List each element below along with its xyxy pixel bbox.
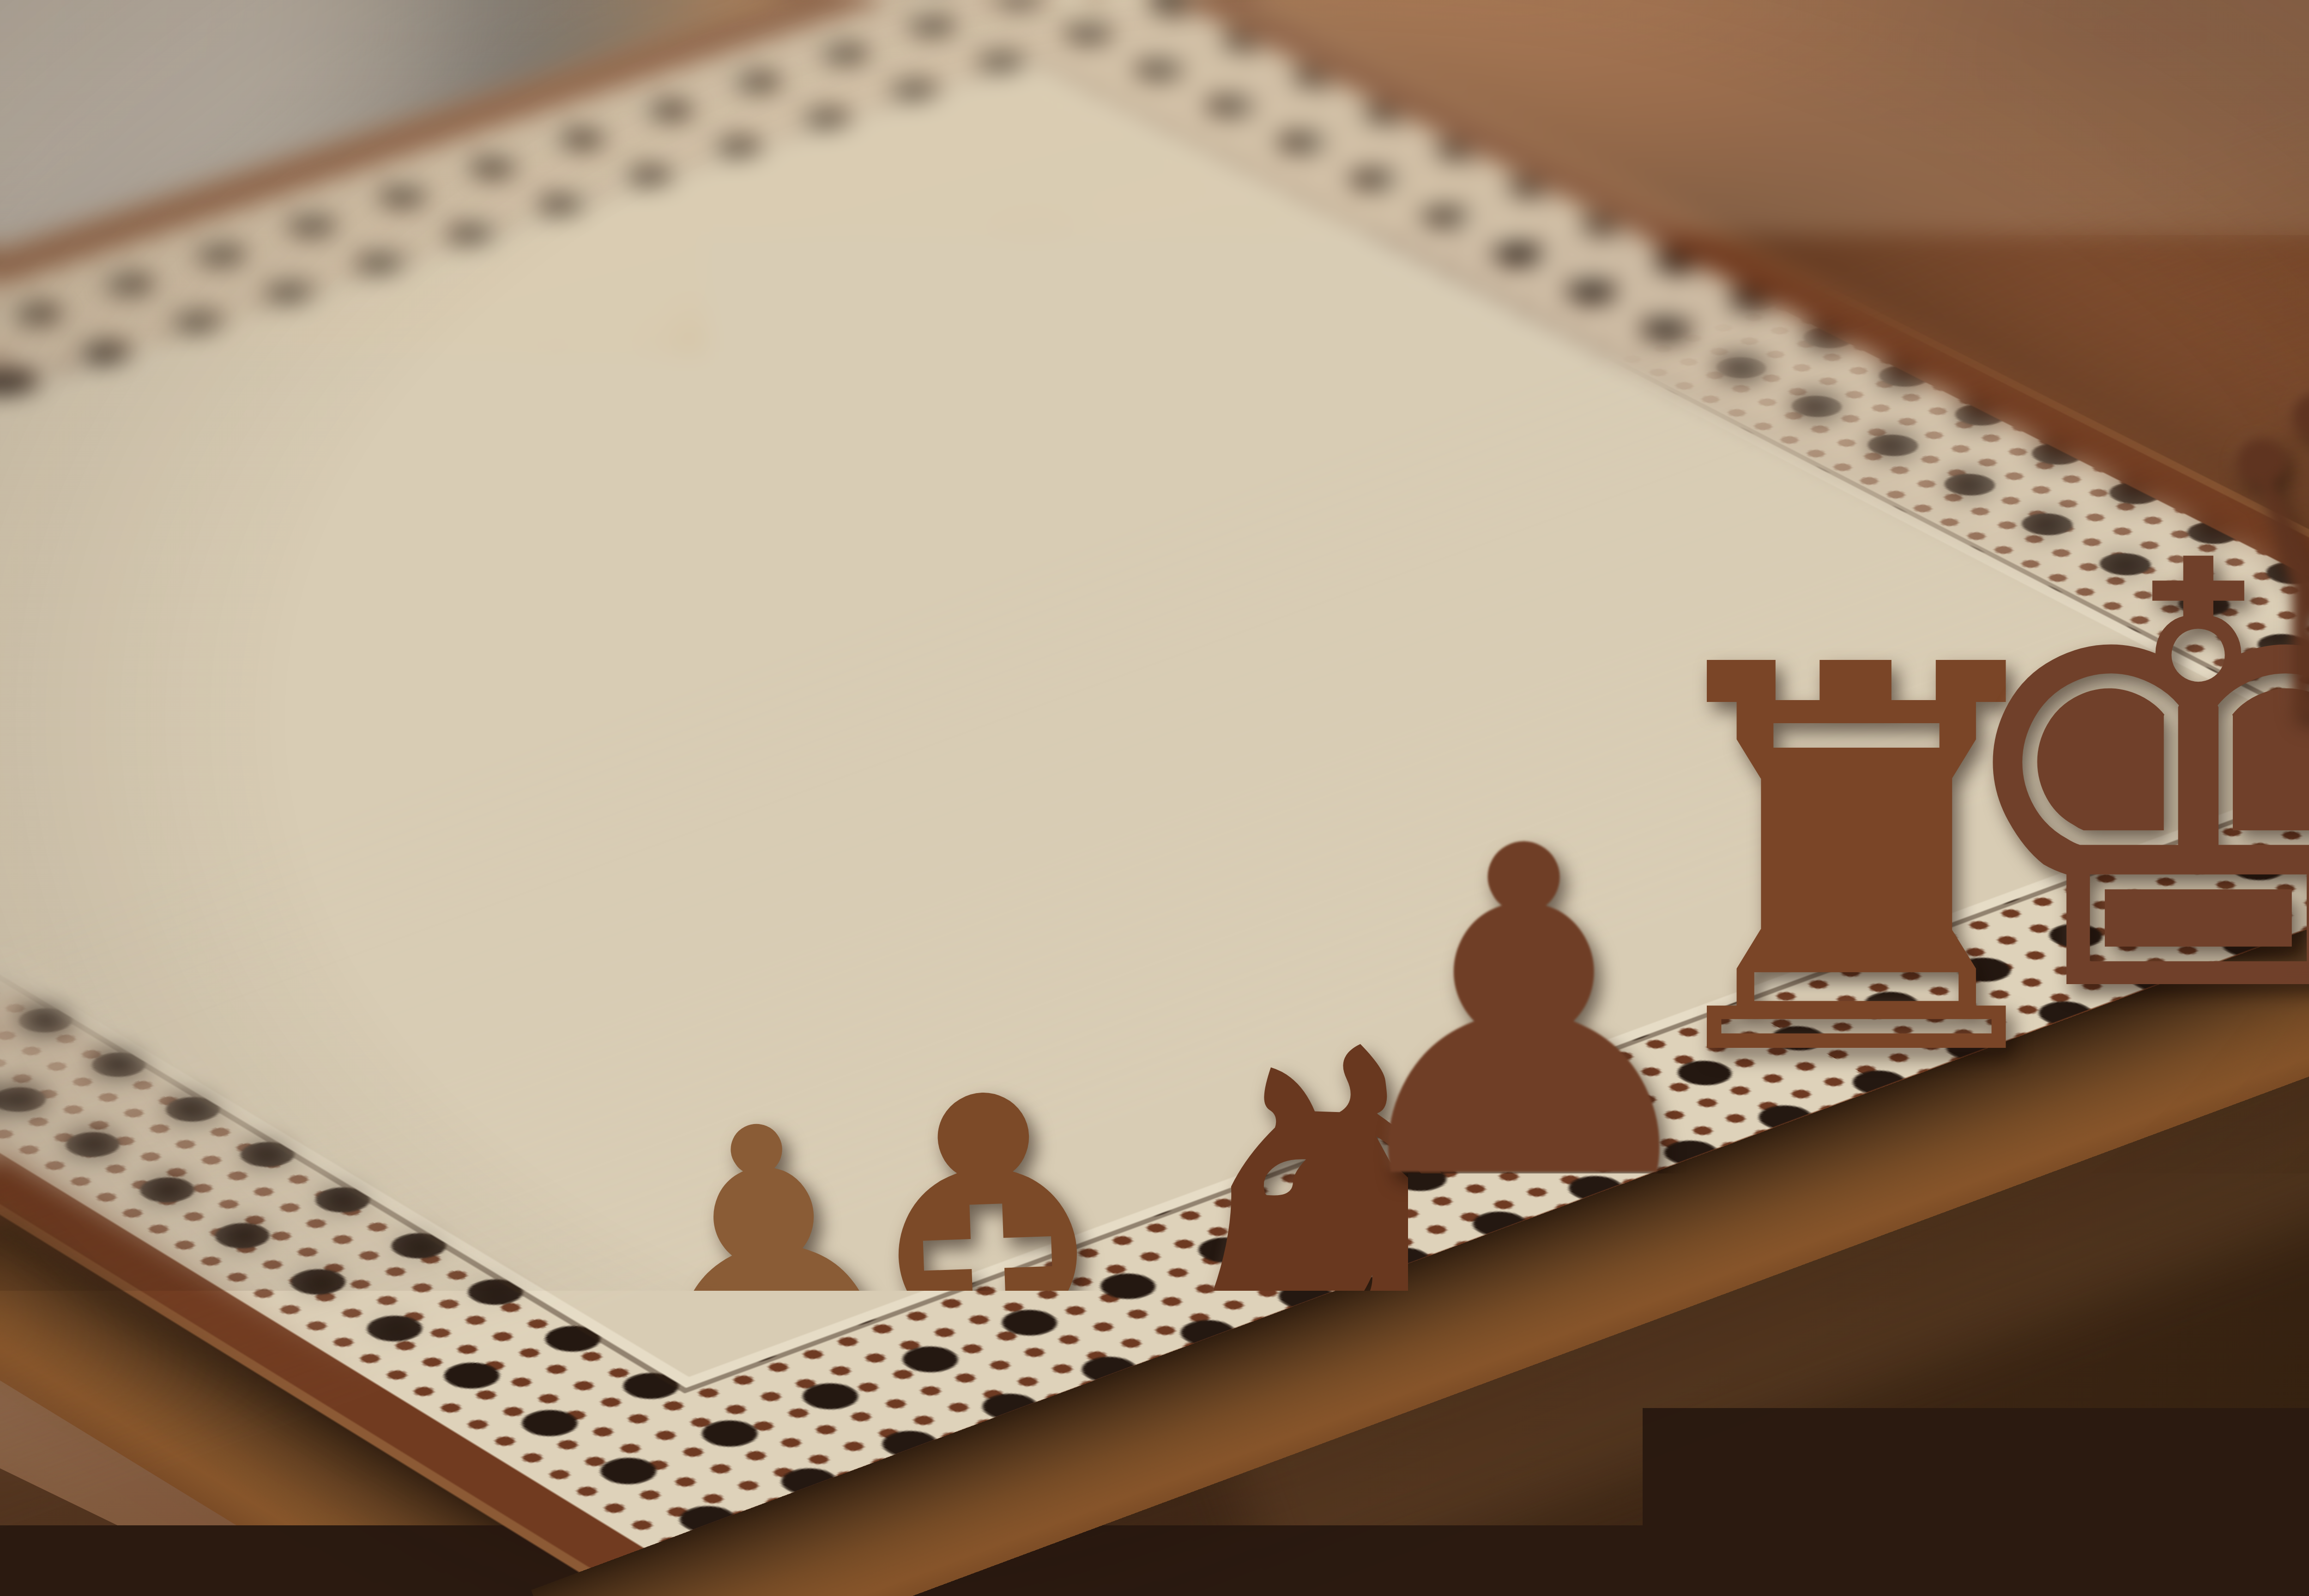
chess-photo-scene: ♜♞♝♛♚♝♞♟♟♟♟♟♟♟ ♟♟ ♟♝♞♟♜♚♛ xyxy=(0,0,2309,1596)
vignette xyxy=(0,0,2309,1596)
